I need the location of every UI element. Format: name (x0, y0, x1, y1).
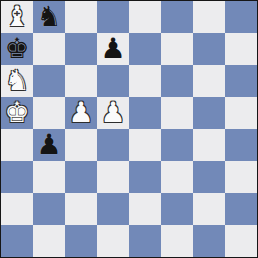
square-g2[interactable] (193, 193, 225, 225)
square-a5[interactable]: ♚ (1, 97, 33, 129)
square-f1[interactable] (161, 225, 193, 257)
white-knight[interactable]: ♞ (1, 65, 33, 97)
square-h7[interactable] (225, 33, 257, 65)
square-h1[interactable] (225, 225, 257, 257)
black-king[interactable]: ♚ (1, 33, 33, 65)
black-knight[interactable]: ♞ (33, 1, 65, 33)
white-king[interactable]: ♚ (1, 97, 33, 129)
square-f3[interactable] (161, 161, 193, 193)
square-c3[interactable] (65, 161, 97, 193)
square-a1[interactable] (1, 225, 33, 257)
chess-board-wrapper: ♝♞♚♟♞♚♟♟♟ (0, 0, 258, 258)
square-b6[interactable] (33, 65, 65, 97)
black-pawn[interactable]: ♟ (33, 129, 65, 161)
square-h2[interactable] (225, 193, 257, 225)
square-b1[interactable] (33, 225, 65, 257)
square-b7[interactable] (33, 33, 65, 65)
square-e5[interactable] (129, 97, 161, 129)
square-a8[interactable]: ♝ (1, 1, 33, 33)
square-f8[interactable] (161, 1, 193, 33)
square-b8[interactable]: ♞ (33, 1, 65, 33)
square-d7[interactable]: ♟ (97, 33, 129, 65)
white-pawn[interactable]: ♟ (65, 97, 97, 129)
square-d3[interactable] (97, 161, 129, 193)
square-a2[interactable] (1, 193, 33, 225)
square-c8[interactable] (65, 1, 97, 33)
square-c2[interactable] (65, 193, 97, 225)
square-c6[interactable] (65, 65, 97, 97)
square-g5[interactable] (193, 97, 225, 129)
square-d6[interactable] (97, 65, 129, 97)
square-f7[interactable] (161, 33, 193, 65)
square-h3[interactable] (225, 161, 257, 193)
square-c7[interactable] (65, 33, 97, 65)
square-f6[interactable] (161, 65, 193, 97)
square-d4[interactable] (97, 129, 129, 161)
square-c1[interactable] (65, 225, 97, 257)
square-a3[interactable] (1, 161, 33, 193)
square-e3[interactable] (129, 161, 161, 193)
square-a6[interactable]: ♞ (1, 65, 33, 97)
square-h6[interactable] (225, 65, 257, 97)
square-a7[interactable]: ♚ (1, 33, 33, 65)
square-e1[interactable] (129, 225, 161, 257)
chess-board: ♝♞♚♟♞♚♟♟♟ (0, 0, 258, 258)
square-b2[interactable] (33, 193, 65, 225)
square-h4[interactable] (225, 129, 257, 161)
square-f4[interactable] (161, 129, 193, 161)
white-pawn[interactable]: ♟ (97, 97, 129, 129)
white-bishop[interactable]: ♝ (1, 1, 33, 33)
square-g6[interactable] (193, 65, 225, 97)
square-e7[interactable] (129, 33, 161, 65)
square-d5[interactable]: ♟ (97, 97, 129, 129)
square-d1[interactable] (97, 225, 129, 257)
square-b4[interactable]: ♟ (33, 129, 65, 161)
square-h5[interactable] (225, 97, 257, 129)
square-e4[interactable] (129, 129, 161, 161)
square-e2[interactable] (129, 193, 161, 225)
square-d8[interactable] (97, 1, 129, 33)
square-a4[interactable] (1, 129, 33, 161)
square-g4[interactable] (193, 129, 225, 161)
square-c5[interactable]: ♟ (65, 97, 97, 129)
square-f2[interactable] (161, 193, 193, 225)
square-h8[interactable] (225, 1, 257, 33)
square-e6[interactable] (129, 65, 161, 97)
square-g3[interactable] (193, 161, 225, 193)
square-g7[interactable] (193, 33, 225, 65)
square-c4[interactable] (65, 129, 97, 161)
square-g8[interactable] (193, 1, 225, 33)
square-e8[interactable] (129, 1, 161, 33)
square-b3[interactable] (33, 161, 65, 193)
square-g1[interactable] (193, 225, 225, 257)
square-d2[interactable] (97, 193, 129, 225)
square-b5[interactable] (33, 97, 65, 129)
square-f5[interactable] (161, 97, 193, 129)
black-pawn[interactable]: ♟ (97, 33, 129, 65)
